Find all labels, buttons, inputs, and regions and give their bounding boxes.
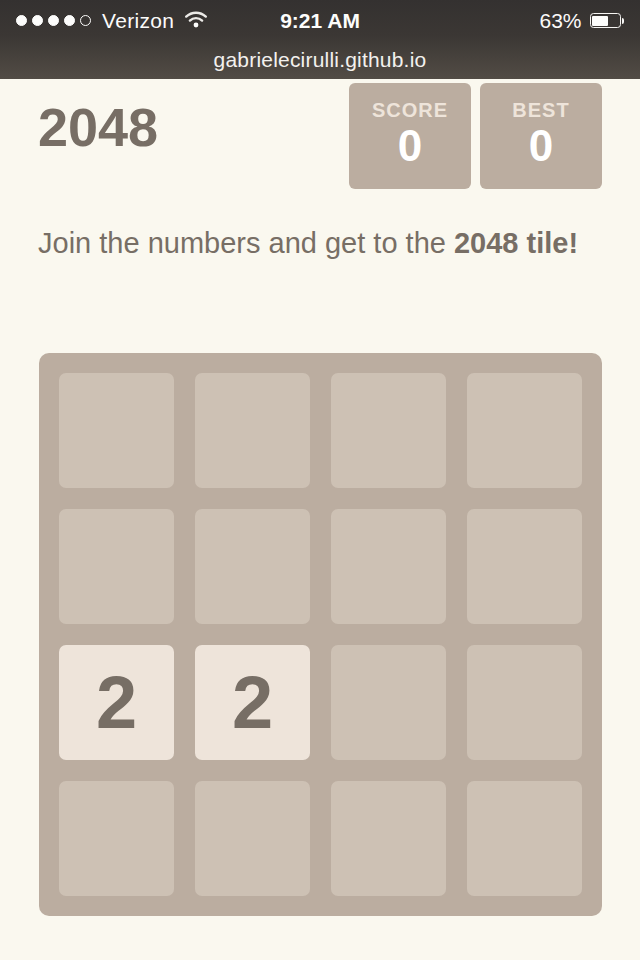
- score-panel: SCORE 0 BEST 0: [349, 83, 602, 189]
- best-value: 0: [529, 123, 553, 169]
- board-cell-empty: [467, 645, 582, 760]
- safari-top-bar: Verizon 9:21 AM 63%: [0, 0, 640, 79]
- score-label: SCORE: [372, 99, 448, 122]
- intro-text-normal: Join the numbers and get to the: [38, 227, 454, 259]
- battery-body: [590, 13, 621, 28]
- board-cell-empty: [59, 781, 174, 896]
- signal-dot-filled: [32, 15, 43, 26]
- signal-dot-filled: [16, 15, 27, 26]
- address-bar[interactable]: gabrielecirulli.github.io: [0, 41, 640, 79]
- board-cell-empty: [195, 373, 310, 488]
- tile-2: 2: [59, 645, 174, 760]
- board-cell-empty: [467, 781, 582, 896]
- board-cell-empty: [331, 373, 446, 488]
- signal-dot-empty: [80, 15, 91, 26]
- phone-screen: Verizon 9:21 AM 63%: [0, 0, 640, 960]
- status-bar: Verizon 9:21 AM 63%: [0, 0, 640, 41]
- signal-dot-filled: [64, 15, 75, 26]
- board-cell-empty: [467, 373, 582, 488]
- best-label: BEST: [512, 99, 569, 122]
- board-cell-empty: [195, 509, 310, 624]
- status-right-group: 63%: [539, 9, 624, 33]
- score-value: 0: [398, 123, 422, 169]
- battery-icon: [590, 13, 625, 28]
- wifi-icon: [184, 11, 208, 32]
- board-cell-empty: [331, 509, 446, 624]
- score-box: SCORE 0: [349, 83, 471, 189]
- board-cell-empty: [59, 509, 174, 624]
- board-cell-empty: [331, 645, 446, 760]
- address-bar-url: gabrielecirulli.github.io: [214, 48, 427, 72]
- intro-text: Join the numbers and get to the 2048 til…: [38, 219, 604, 267]
- intro-text-bold: 2048 tile!: [454, 227, 578, 259]
- signal-dot-filled: [48, 15, 59, 26]
- clock-label: 9:21 AM: [280, 9, 360, 33]
- board-cell-empty: [467, 509, 582, 624]
- best-box: BEST 0: [480, 83, 602, 189]
- board-cell-empty: [331, 781, 446, 896]
- battery-nub: [622, 18, 625, 24]
- battery-percent-label: 63%: [539, 9, 581, 33]
- game-title: 2048: [38, 99, 158, 155]
- carrier-label: Verizon: [102, 9, 174, 33]
- board-cell-empty: [195, 781, 310, 896]
- status-left-group: Verizon: [16, 9, 208, 33]
- cell-signal-icon: [16, 15, 91, 26]
- tile-2: 2: [195, 645, 310, 760]
- board-cell-empty: [59, 373, 174, 488]
- battery-fill: [592, 16, 608, 26]
- game-board[interactable]: 22: [39, 353, 602, 916]
